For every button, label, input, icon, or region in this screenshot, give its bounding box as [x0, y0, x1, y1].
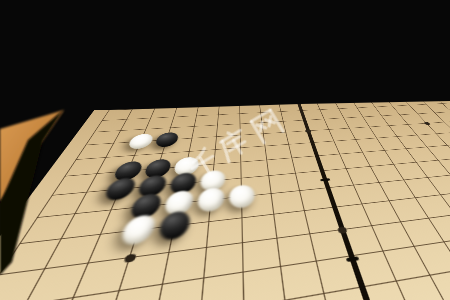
star-point-D10 — [124, 254, 136, 263]
stone-black-C13[interactable] — [102, 177, 139, 201]
fold-seam — [295, 97, 450, 300]
go-board[interactable] — [0, 90, 450, 300]
stone-white-D11[interactable] — [118, 214, 158, 246]
stone-white-C16[interactable] — [126, 133, 154, 149]
stone-black-D16[interactable] — [154, 132, 180, 148]
star-point-K10 — [337, 226, 347, 233]
stone-white-G12[interactable] — [229, 184, 255, 209]
goban-photo-scene — [0, 0, 450, 300]
star-point-K16 — [305, 129, 311, 132]
stone-black-E11[interactable] — [157, 210, 192, 241]
stone-white-F12[interactable] — [197, 187, 225, 213]
star-point-Q16 — [423, 122, 430, 125]
